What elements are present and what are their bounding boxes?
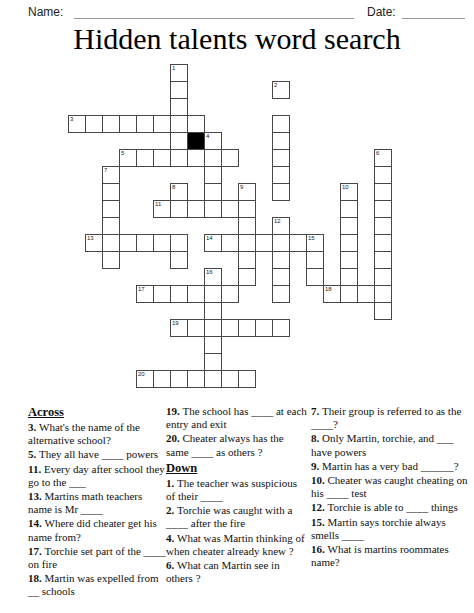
cell-18-9[interactable]: [374, 217, 392, 235]
cell-12-6[interactable]: [272, 166, 290, 184]
cell-16-8[interactable]: [340, 200, 358, 218]
cell-12-12[interactable]: [272, 268, 290, 286]
clue-number-across-19: 19.: [166, 405, 183, 417]
clue-number-across-11: 11.: [28, 463, 44, 475]
clue-across-17: 17. Torchie set part of the ____ on fire: [28, 545, 166, 571]
clue-number-label-8: 8: [172, 184, 175, 191]
crossword-grid: 1234567891011121314151617181920: [68, 64, 392, 388]
cell-8-13[interactable]: [204, 285, 222, 303]
cell-5-8[interactable]: 11: [153, 200, 171, 218]
cell-16-13[interactable]: [340, 285, 358, 303]
clue-number-across-13: 13.: [28, 490, 45, 502]
cell-8-17[interactable]: [204, 353, 222, 371]
cell-6-5[interactable]: [170, 149, 188, 167]
date-field[interactable]: [402, 5, 465, 19]
clue-number-down-6: 6.: [166, 559, 177, 571]
clue-number-across-3: 3.: [28, 421, 39, 433]
cell-10-7[interactable]: 9: [238, 183, 256, 201]
cell-11-10[interactable]: [255, 234, 273, 252]
cell-14-11[interactable]: [306, 251, 324, 269]
cell-18-10[interactable]: [374, 234, 392, 252]
clue-number-label-6: 6: [376, 150, 379, 157]
worksheet-page: Name: Date: Hidden talents word search 1…: [0, 0, 474, 613]
cell-16-9[interactable]: [340, 217, 358, 235]
clue-down-7: 7. Their group is referred to as the ___…: [311, 405, 471, 431]
cell-8-8[interactable]: [204, 200, 222, 218]
cell-1-3[interactable]: [85, 115, 103, 133]
clue-down-10: 10. Cheater was caught cheating on his _…: [311, 474, 471, 500]
cell-0-3[interactable]: 3: [68, 115, 86, 133]
clue-number-label-9: 9: [240, 184, 243, 191]
cell-2-8[interactable]: [102, 200, 120, 218]
clue-number-label-12: 12: [274, 218, 281, 225]
cell-16-10[interactable]: [340, 234, 358, 252]
black-cell-7-4: [187, 132, 205, 150]
cell-6-15[interactable]: 19: [170, 319, 188, 337]
cell-18-13[interactable]: [374, 285, 392, 303]
cell-16-11[interactable]: [340, 251, 358, 269]
clue-number-label-11: 11: [155, 201, 161, 208]
cell-15-13[interactable]: 18: [323, 285, 341, 303]
clue-across-13: 13. Martins math teachers name is Mr ___…: [28, 490, 166, 516]
cell-2-10[interactable]: [102, 234, 120, 252]
clue-number-label-20: 20: [138, 371, 145, 378]
cell-18-12[interactable]: [374, 268, 392, 286]
clue-number-label-2: 2: [274, 82, 277, 89]
cell-12-7[interactable]: [272, 183, 290, 201]
clue-across-11: 11. Every day after school they go to th…: [28, 463, 166, 489]
cell-3-3[interactable]: [119, 115, 137, 133]
cell-7-13[interactable]: [187, 285, 205, 303]
cell-11-15[interactable]: [255, 319, 273, 337]
cell-16-7[interactable]: 10: [340, 183, 358, 201]
cell-8-14[interactable]: [204, 302, 222, 320]
cell-14-10[interactable]: 15: [306, 234, 324, 252]
clues-down-header: Down: [166, 461, 307, 476]
cell-12-9[interactable]: 12: [272, 217, 290, 235]
cell-12-10[interactable]: [272, 234, 290, 252]
clue-number-across-20: 20.: [166, 432, 183, 444]
name-field[interactable]: [74, 5, 354, 19]
clue-across-18: 18. Martin was expelled from __ schools: [28, 572, 166, 598]
clue-down-1: 1. The teacher was suspicious of their _…: [166, 477, 307, 503]
clue-number-label-1: 1: [172, 65, 175, 72]
cell-8-18[interactable]: [204, 370, 222, 388]
cell-12-1[interactable]: 2: [272, 81, 290, 99]
cell-5-5[interactable]: [153, 149, 171, 167]
clue-down-12: 12. Torchie is able to ____ things: [311, 501, 471, 514]
cell-9-5[interactable]: [221, 149, 239, 167]
cell-7-3[interactable]: [187, 115, 205, 133]
cell-12-4[interactable]: [272, 132, 290, 150]
clue-number-down-7: 7.: [311, 405, 322, 417]
cell-2-9[interactable]: [102, 217, 120, 235]
cell-5-10[interactable]: [153, 234, 171, 252]
clue-number-down-16: 16.: [311, 543, 328, 555]
cell-2-6[interactable]: 7: [102, 166, 120, 184]
cell-4-10[interactable]: [136, 234, 154, 252]
cell-2-3[interactable]: [102, 115, 120, 133]
clue-number-label-16: 16: [206, 269, 213, 276]
cell-10-10[interactable]: [238, 234, 256, 252]
clue-number-across-14: 14.: [28, 517, 45, 529]
clue-across-3: 3. What's the name of the alternative sc…: [28, 421, 166, 447]
cell-14-12[interactable]: [306, 268, 324, 286]
clue-number-label-10: 10: [342, 184, 349, 191]
clue-number-down-8: 8.: [311, 432, 322, 444]
cell-4-3[interactable]: [136, 115, 154, 133]
clue-down-4: 4. What was Martin thinking of when chea…: [166, 532, 307, 558]
cell-3-5[interactable]: 5: [119, 149, 137, 167]
cell-2-7[interactable]: [102, 183, 120, 201]
clue-number-label-4: 4: [206, 133, 209, 140]
cell-1-10[interactable]: 13: [85, 234, 103, 252]
cell-18-7[interactable]: [374, 183, 392, 201]
clue-number-down-2: 2.: [166, 504, 177, 516]
cell-13-10[interactable]: [289, 234, 307, 252]
clue-down-2: 2. Torchie was caught with a ____ after …: [166, 504, 307, 530]
cell-12-3[interactable]: [272, 115, 290, 133]
clue-across-14: 14. Where did cheater get his name from?: [28, 517, 166, 543]
cell-10-9[interactable]: [238, 217, 256, 235]
cell-6-7[interactable]: 8: [170, 183, 188, 201]
cell-7-15[interactable]: [187, 319, 205, 337]
cell-6-10[interactable]: [170, 234, 188, 252]
cell-6-0[interactable]: 1: [170, 64, 188, 82]
cell-4-18[interactable]: 20: [136, 370, 154, 388]
cell-18-8[interactable]: [374, 200, 392, 218]
clue-across-20: 20. Cheater always has the same ____ as …: [166, 432, 307, 458]
cell-12-11[interactable]: [272, 251, 290, 269]
clue-number-across-18: 18.: [28, 572, 45, 584]
cell-6-8[interactable]: [170, 200, 188, 218]
clue-number-down-1: 1.: [166, 477, 177, 489]
clue-down-15: 15. Martin says torchie always smells __…: [311, 516, 471, 542]
clue-number-label-7: 7: [104, 167, 107, 174]
cell-8-4[interactable]: 4: [204, 132, 222, 150]
clue-down-16: 16. What is martins roommates name?: [311, 543, 471, 569]
clue-number-across-5: 5.: [28, 448, 39, 460]
clue-down-9: 9. Martin has a very bad ______?: [311, 460, 471, 473]
cell-18-5[interactable]: 6: [374, 149, 392, 167]
clue-number-down-12: 12.: [311, 501, 328, 513]
cell-8-16[interactable]: [204, 336, 222, 354]
clue-column-3: 7. Their group is referred to as the ___…: [311, 405, 471, 570]
cell-3-10[interactable]: [119, 234, 137, 252]
clue-down-8: 8. Only Martin, torchie, and ___ have po…: [311, 432, 471, 458]
clue-number-label-17: 17: [138, 286, 145, 293]
clue-across-5: 5. They all have ____ powers: [28, 448, 166, 461]
cell-10-11[interactable]: [238, 251, 256, 269]
page-title: Hidden talents word search: [0, 22, 474, 56]
cell-10-8[interactable]: [238, 200, 256, 218]
clues-across-header: Across: [28, 405, 166, 420]
cell-5-13[interactable]: [153, 285, 171, 303]
clue-number-label-14: 14: [206, 235, 213, 242]
clue-number-down-10: 10.: [311, 474, 328, 486]
clue-number-label-19: 19: [172, 320, 179, 327]
cell-5-18[interactable]: [153, 370, 171, 388]
cell-5-3[interactable]: [153, 115, 171, 133]
clue-column-1: Across3. What's the name of the alternat…: [28, 405, 166, 599]
cell-9-10[interactable]: [221, 234, 239, 252]
cell-6-4[interactable]: [170, 132, 188, 150]
cell-6-3[interactable]: [170, 115, 188, 133]
clue-number-down-15: 15.: [311, 516, 328, 528]
clue-column-2: 19. The school has ____ at each entry an…: [166, 405, 307, 586]
name-label: Name:: [28, 5, 63, 19]
clue-across-19: 19. The school has ____ at each entry an…: [166, 405, 307, 431]
clue-number-label-3: 3: [70, 116, 73, 123]
cell-8-15[interactable]: [204, 319, 222, 337]
cell-12-13[interactable]: [272, 285, 290, 303]
clue-number-label-15: 15: [308, 235, 315, 242]
cell-18-6[interactable]: [374, 166, 392, 184]
cell-10-15[interactable]: [238, 319, 256, 337]
cell-12-15[interactable]: [272, 319, 290, 337]
cell-9-18[interactable]: [221, 370, 239, 388]
clue-number-label-5: 5: [121, 150, 124, 157]
clue-number-down-9: 9.: [311, 460, 322, 472]
cell-8-7[interactable]: [204, 183, 222, 201]
cell-9-13[interactable]: [221, 285, 239, 303]
clue-number-label-18: 18: [325, 286, 332, 293]
cell-17-13[interactable]: [357, 285, 375, 303]
cell-9-15[interactable]: [221, 319, 239, 337]
cell-10-12[interactable]: [238, 268, 256, 286]
cell-18-11[interactable]: [374, 251, 392, 269]
cell-8-12[interactable]: 16: [204, 268, 222, 286]
clue-number-across-17: 17.: [28, 545, 45, 557]
cell-4-5[interactable]: [136, 149, 154, 167]
cell-6-11[interactable]: [170, 251, 188, 269]
cell-6-1[interactable]: [170, 81, 188, 99]
cell-10-18[interactable]: [238, 370, 256, 388]
cell-9-8[interactable]: [221, 200, 239, 218]
cell-7-18[interactable]: [187, 370, 205, 388]
cell-6-13[interactable]: [170, 285, 188, 303]
cell-2-11[interactable]: [102, 251, 120, 269]
cell-8-5[interactable]: [204, 149, 222, 167]
clue-number-label-13: 13: [87, 235, 94, 242]
cell-18-14[interactable]: [374, 302, 392, 320]
cell-8-10[interactable]: 14: [204, 234, 222, 252]
cell-6-2[interactable]: [170, 98, 188, 116]
cell-4-13[interactable]: 17: [136, 285, 154, 303]
cell-8-6[interactable]: [204, 166, 222, 184]
cell-7-5[interactable]: [187, 149, 205, 167]
clue-number-down-4: 4.: [166, 532, 177, 544]
date-label: Date:: [367, 5, 396, 19]
cell-16-12[interactable]: [340, 268, 358, 286]
clue-down-6: 6. What can Martin see in others ?: [166, 559, 307, 585]
cell-12-5[interactable]: [272, 149, 290, 167]
cell-7-8[interactable]: [187, 200, 205, 218]
cell-6-18[interactable]: [170, 370, 188, 388]
